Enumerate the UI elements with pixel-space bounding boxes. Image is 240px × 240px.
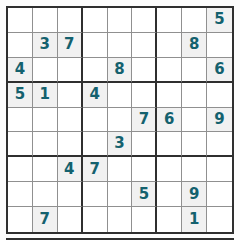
sudoku-cell-r7c4: 7 (83, 157, 108, 182)
sudoku-cell-r1c7[interactable] (157, 8, 182, 33)
sudoku-cell-r6c7[interactable] (157, 132, 182, 157)
sudoku-cell-r6c4[interactable] (83, 132, 108, 157)
sudoku-cell-r7c1[interactable] (8, 157, 33, 182)
sudoku-cell-r4c4: 4 (83, 83, 108, 108)
sudoku-cell-r8c5[interactable] (108, 182, 133, 207)
sudoku-cell-r9c3[interactable] (58, 207, 83, 232)
sudoku-cell-r3c2[interactable] (33, 58, 58, 83)
sudoku-cell-r5c9: 9 (207, 108, 232, 133)
sudoku-cell-r8c3[interactable] (58, 182, 83, 207)
sudoku-cell-r8c8: 9 (182, 182, 207, 207)
sudoku-cell-r7c5[interactable] (108, 157, 133, 182)
sudoku-cell-r7c7[interactable] (157, 157, 182, 182)
sudoku-cell-r8c1[interactable] (8, 182, 33, 207)
sudoku-cell-r6c8[interactable] (182, 132, 207, 157)
sudoku-cell-r9c4[interactable] (83, 207, 108, 232)
sudoku-cell-r6c6[interactable] (132, 132, 157, 157)
sudoku-cell-r9c9[interactable] (207, 207, 232, 232)
sudoku-cell-r4c1: 5 (8, 83, 33, 108)
sudoku-cell-r3c3[interactable] (58, 58, 83, 83)
sudoku-cell-r1c5[interactable] (108, 8, 133, 33)
sudoku-cell-r3c8[interactable] (182, 58, 207, 83)
sudoku-cell-r4c8[interactable] (182, 83, 207, 108)
sudoku-cell-r1c2[interactable] (33, 8, 58, 33)
sudoku-cell-r2c9[interactable] (207, 33, 232, 58)
sudoku-cell-r6c2[interactable] (33, 132, 58, 157)
sudoku-cell-r1c6[interactable] (132, 8, 157, 33)
sudoku-cell-r8c7[interactable] (157, 182, 182, 207)
sudoku-cell-r2c7[interactable] (157, 33, 182, 58)
sudoku-cell-r4c2: 1 (33, 83, 58, 108)
sudoku-cell-r9c7[interactable] (157, 207, 182, 232)
sudoku-cell-r3c7[interactable] (157, 58, 182, 83)
sudoku-cell-r5c5[interactable] (108, 108, 133, 133)
sudoku-cell-r2c2: 3 (33, 33, 58, 58)
sudoku-cell-r4c3[interactable] (58, 83, 83, 108)
sudoku-cell-r5c6: 7 (132, 108, 157, 133)
sudoku-cell-r4c6[interactable] (132, 83, 157, 108)
sudoku-cell-r2c6[interactable] (132, 33, 157, 58)
sudoku-cell-r2c4[interactable] (83, 33, 108, 58)
sudoku-cell-r8c4[interactable] (83, 182, 108, 207)
sudoku-cell-r8c6: 5 (132, 182, 157, 207)
sudoku-cell-r2c1[interactable] (8, 33, 33, 58)
sudoku-cell-r5c4[interactable] (83, 108, 108, 133)
sudoku-cell-r6c5: 3 (108, 132, 133, 157)
sudoku-cell-r4c7[interactable] (157, 83, 182, 108)
sudoku-cell-r9c6[interactable] (132, 207, 157, 232)
sudoku-cell-r8c2[interactable] (33, 182, 58, 207)
sudoku-cell-r9c1[interactable] (8, 207, 33, 232)
sudoku-cell-r6c3[interactable] (58, 132, 83, 157)
sudoku-cell-r9c5[interactable] (108, 207, 133, 232)
sudoku-cell-r5c1[interactable] (8, 108, 33, 133)
sudoku-cell-r1c8[interactable] (182, 8, 207, 33)
sudoku-cell-r3c4[interactable] (83, 58, 108, 83)
sudoku-cell-r1c3[interactable] (58, 8, 83, 33)
sudoku-cell-r1c4[interactable] (83, 8, 108, 33)
sudoku-cell-r5c3[interactable] (58, 108, 83, 133)
sudoku-cell-r4c9[interactable] (207, 83, 232, 108)
sudoku-cell-r3c6[interactable] (132, 58, 157, 83)
sudoku-cell-r3c5: 8 (108, 58, 133, 83)
sudoku-cell-r3c9: 6 (207, 58, 232, 83)
sudoku-cell-r2c5[interactable] (108, 33, 133, 58)
sudoku-cell-r7c2[interactable] (33, 157, 58, 182)
sudoku-cell-r5c8[interactable] (182, 108, 207, 133)
sudoku-cell-r7c6[interactable] (132, 157, 157, 182)
sudoku-board: 53784865147693475971 (6, 6, 234, 234)
sudoku-cell-r8c9[interactable] (207, 182, 232, 207)
sudoku-cell-r9c2: 7 (33, 207, 58, 232)
sudoku-cell-r7c8[interactable] (182, 157, 207, 182)
sudoku-cell-r1c1[interactable] (8, 8, 33, 33)
sudoku-cell-r3c1: 4 (8, 58, 33, 83)
sudoku-cell-r7c3: 4 (58, 157, 83, 182)
sudoku-cell-r5c7: 6 (157, 108, 182, 133)
sudoku-cell-r2c8: 8 (182, 33, 207, 58)
sudoku-cell-r6c9[interactable] (207, 132, 232, 157)
sudoku-cell-r1c9: 5 (207, 8, 232, 33)
sudoku-cell-r6c1[interactable] (8, 132, 33, 157)
sudoku-cell-r4c5[interactable] (108, 83, 133, 108)
sudoku-cell-r7c9[interactable] (207, 157, 232, 182)
sudoku-cell-r2c3: 7 (58, 33, 83, 58)
sudoku-cell-r5c2[interactable] (33, 108, 58, 133)
sudoku-cell-r9c8: 1 (182, 207, 207, 232)
